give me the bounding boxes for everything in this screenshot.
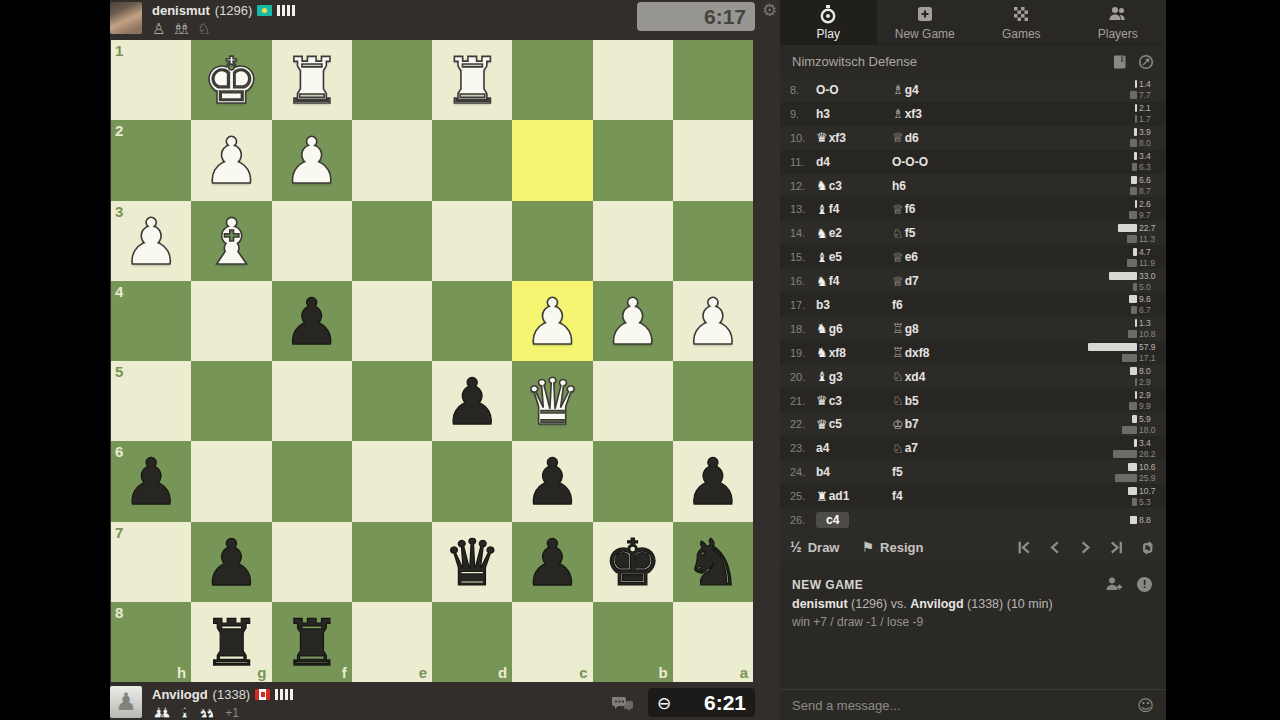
square-a8[interactable]: a (673, 602, 753, 682)
captured-p-icon: ♙ (152, 20, 165, 38)
move-number: 8. (780, 84, 816, 96)
square-e4[interactable] (352, 281, 432, 361)
square-f1[interactable]: ♜ (272, 40, 352, 120)
piece-bP-a6: ♟ (673, 441, 753, 521)
square-d8[interactable]: d (432, 602, 512, 682)
piece-wQ-c5: ♛ (512, 361, 592, 441)
file-label: b (659, 664, 668, 681)
move-row-18: 18.♞g6♖g81.310.8 (780, 317, 1166, 341)
square-g7[interactable]: ♟ (191, 522, 271, 602)
piece-wP-a4: ♟ (673, 281, 753, 361)
move-row-22: 22.♛c5♔b75.918.0 (780, 412, 1166, 436)
file-label: a (740, 664, 748, 681)
panel-tabs: PlayNew GameGamesPlayers (780, 0, 1166, 45)
chat-bubbles-icon[interactable] (610, 695, 634, 713)
move-19-black[interactable]: ♖dxf8 (892, 345, 1088, 360)
square-h8[interactable]: 8h (111, 602, 191, 682)
piece-wP-c4: ♟ (512, 281, 592, 361)
move-number: 17. (780, 299, 816, 311)
rank-label: 1 (115, 42, 123, 59)
captured-bb-icon: ♗♗ (171, 20, 191, 38)
square-e6[interactable] (352, 441, 432, 521)
piece-bR-f8: ♜ (272, 602, 352, 682)
rank-label: 7 (115, 524, 123, 541)
rank-label: 2 (115, 122, 123, 139)
move-times: 9.66.7 (1088, 294, 1166, 315)
square-f4[interactable]: ♟ (272, 281, 352, 361)
square-f2[interactable]: ♟ (272, 120, 352, 200)
piece-wP-g2: ♟ (191, 120, 271, 200)
half-point-icon: ½ (790, 539, 802, 555)
square-g4[interactable] (191, 281, 271, 361)
rank-label: 8 (115, 604, 123, 621)
move-times: 2.69.7 (1088, 199, 1166, 220)
move-nav (1015, 539, 1156, 556)
piece-wK-g1: ♚ (191, 40, 271, 120)
clock-running-icon: ⊖ (657, 693, 671, 713)
explorer-compass-icon[interactable] (1138, 54, 1154, 70)
square-d4[interactable] (432, 281, 512, 361)
square-a5[interactable] (673, 361, 753, 441)
side-panel: PlayNew GameGamesPlayers Nimzowitsch Def… (780, 0, 1166, 720)
piece-wP-b4: ♟ (593, 281, 673, 361)
move-row-15: 15.♝e5♕e64.711.9 (780, 245, 1166, 269)
tab-play[interactable]: Play (780, 0, 877, 45)
first-move-icon[interactable] (1015, 539, 1032, 556)
square-g1[interactable]: ♚ (191, 40, 271, 120)
move-17-black[interactable]: f6 (892, 298, 1088, 312)
checkerboard-icon (1011, 4, 1031, 24)
chess-board: 1♚♜♜2♟♟3♟♝4♟♟♟♟5♟♛6♟♟♟7♟♛♟♚♞8hg♜f♜edcba (111, 40, 753, 682)
square-a6[interactable]: ♟ (673, 441, 753, 521)
top-player-name[interactable]: denismut (152, 3, 210, 18)
move-times: 5.918.0 (1088, 414, 1166, 435)
square-c3[interactable] (512, 201, 592, 281)
move-number: 19. (780, 347, 816, 359)
connection-bars-icon (275, 689, 293, 700)
move-row-20: 20.♝g3♘xd48.02.9 (780, 365, 1166, 389)
piece-wR-d1: ♜ (432, 40, 512, 120)
move-23-white[interactable]: a4 (816, 441, 892, 455)
move-number: 24. (780, 466, 816, 478)
move-times: 8.8 (1088, 515, 1166, 525)
move-10-black[interactable]: ♕d6 (892, 130, 1088, 145)
piece-wB-g3: ♝ (191, 201, 271, 281)
move-13-white[interactable]: ♝f4 (816, 202, 892, 217)
move-15-white[interactable]: ♝e5 (816, 250, 892, 265)
move-row-17: 17.b3f69.66.7 (780, 293, 1166, 317)
square-e3[interactable] (352, 201, 432, 281)
square-a2[interactable] (673, 120, 753, 200)
square-e7[interactable] (352, 522, 432, 602)
move-8-black[interactable]: ♗g4 (892, 82, 1088, 97)
move-times: 3.98.0 (1088, 127, 1166, 148)
move-number: 10. (780, 132, 816, 144)
square-a1[interactable] (673, 40, 753, 120)
square-d2[interactable] (432, 120, 512, 200)
prev-move-icon[interactable] (1046, 539, 1063, 556)
move-row-26: 26.c48.8 (780, 508, 1166, 532)
piece-bQ-d7: ♛ (432, 522, 512, 602)
move-row-19: 19.♞xf8♖dxf857.917.1 (780, 341, 1166, 365)
chat-row: Send a message... ☺ (780, 689, 1166, 720)
move-20-black[interactable]: ♘xd4 (892, 369, 1088, 384)
move-9-white[interactable]: h3 (816, 107, 892, 121)
white-clock: 6:17 (637, 2, 755, 31)
opening-row: Nimzowitsch Defense (780, 45, 1166, 78)
move-times: 4.711.9 (1088, 247, 1166, 268)
move-row-12: 12.♞c3h66.68.7 (780, 174, 1166, 198)
move-14-white[interactable]: ♞e2 (816, 226, 892, 241)
square-b6[interactable] (593, 441, 673, 521)
move-8-white[interactable]: O-O (816, 83, 892, 97)
game-actions-bar: ½ Draw ⚑ Resign (780, 532, 1166, 562)
kazakhstan-flag-icon (257, 5, 272, 16)
bottom-player-name[interactable]: Anvilogd (152, 687, 208, 702)
captured-pp-icon: ♟♟ (152, 704, 172, 720)
square-f8[interactable]: f♜ (272, 602, 352, 682)
square-f6[interactable] (272, 441, 352, 521)
move-times: 10.625.9 (1088, 462, 1166, 483)
move-number: 15. (780, 251, 816, 263)
black-clock: ⊖ 6:21 (648, 688, 755, 717)
smiley-icon[interactable]: ☺ (1137, 696, 1154, 715)
move-number: 22. (780, 418, 816, 430)
piece-bK-b7: ♚ (593, 522, 673, 602)
move-21-black[interactable]: ♘b5 (892, 393, 1088, 408)
move-20-white[interactable]: ♝g3 (816, 369, 892, 384)
move-times: 57.917.1 (1088, 342, 1166, 363)
square-h6[interactable]: 6♟ (111, 441, 191, 521)
rank-label: 6 (115, 443, 123, 460)
move-18-white[interactable]: ♞g6 (816, 321, 892, 336)
move-25-white[interactable]: ♜ad1 (816, 489, 892, 504)
move-number: 11. (780, 156, 816, 168)
square-g3[interactable]: ♝ (191, 201, 271, 281)
piece-bP-f4: ♟ (272, 281, 352, 361)
square-b2[interactable] (593, 120, 673, 200)
material-advantage: +1 (225, 706, 239, 720)
move-row-10: 10.♛xf3♕d63.98.0 (780, 126, 1166, 150)
move-row-13: 13.♝f4♕f62.69.7 (780, 197, 1166, 221)
move-17-white[interactable]: b3 (816, 298, 892, 312)
file-label: h (177, 664, 186, 681)
square-g5[interactable] (191, 361, 271, 441)
move-24-black[interactable]: f5 (892, 465, 1088, 479)
move-row-23: 23.a4♘a73.428.2 (780, 436, 1166, 460)
move-number: 25. (780, 490, 816, 502)
square-c5[interactable]: ♛ (512, 361, 592, 441)
move-times: 1.310.8 (1088, 318, 1166, 339)
connection-bars-icon (277, 5, 295, 16)
move-list: 8.O-O♗g41.47.79.h3♗xf32.11.710.♛xf3♕d63.… (780, 78, 1166, 532)
square-f3[interactable] (272, 201, 352, 281)
square-f7[interactable] (272, 522, 352, 602)
move-times: 2.11.7 (1088, 103, 1166, 124)
square-c7[interactable]: ♟ (512, 522, 592, 602)
flip-board-icon[interactable] (1139, 539, 1156, 556)
square-d5[interactable]: ♟ (432, 361, 512, 441)
bottom-player-avatar[interactable]: ♟ (110, 686, 142, 718)
square-f5[interactable] (272, 361, 352, 441)
stopwatch-icon (818, 4, 838, 24)
square-e5[interactable] (352, 361, 432, 441)
square-g6[interactable] (191, 441, 271, 521)
square-e8[interactable]: e (352, 602, 432, 682)
piece-bP-c7: ♟ (512, 522, 592, 602)
file-label: c (579, 664, 587, 681)
chat-message-input[interactable]: Send a message... (792, 698, 1137, 713)
move-row-14: 14.♞e2♘f522.711.3 (780, 221, 1166, 245)
move-number: 23. (780, 442, 816, 454)
new-game-section: NEW GAME denismut (1296) vs. Anvilogd (1… (780, 566, 1166, 629)
square-h4[interactable]: 4 (111, 281, 191, 361)
move-row-25: 25.♜ad1f410.75.3 (780, 484, 1166, 508)
square-c2[interactable] (512, 120, 592, 200)
move-11-white[interactable]: d4 (816, 155, 892, 169)
opening-book-icon[interactable] (1112, 54, 1128, 70)
move-11-black[interactable]: O-O-O (892, 155, 1088, 169)
top-captured-pieces: ♙♗♗♘ (152, 20, 211, 38)
square-d3[interactable] (432, 201, 512, 281)
move-number: 18. (780, 323, 816, 335)
move-13-black[interactable]: ♕f6 (892, 202, 1088, 217)
tab-new-game[interactable]: New Game (877, 0, 974, 45)
move-times: 22.711.3 (1088, 223, 1166, 244)
chess-app: denismut (1296) ♙♗♗♘ 6:17 ⚙ 1♚♜♜2♟♟3♟♝4♟… (110, 0, 1166, 720)
move-times: 3.46.3 (1088, 151, 1166, 172)
move-row-24: 24.b4f510.625.9 (780, 460, 1166, 484)
piece-bN-a7: ♞ (673, 522, 753, 602)
move-row-9: 9.h3♗xf32.11.7 (780, 102, 1166, 126)
tab-games[interactable]: Games (973, 0, 1070, 45)
resign-button[interactable]: ⚑ Resign (861, 539, 923, 555)
move-number: 20. (780, 371, 816, 383)
move-row-16: 16.♞f4♕d733.05.0 (780, 269, 1166, 293)
move-10-white[interactable]: ♛xf3 (816, 130, 892, 145)
top-player-bar: denismut (1296) ♙♗♗♘ (110, 2, 670, 36)
square-g2[interactable]: ♟ (191, 120, 271, 200)
square-d1[interactable]: ♜ (432, 40, 512, 120)
move-number: 16. (780, 275, 816, 287)
square-b7[interactable]: ♚ (593, 522, 673, 602)
square-c6[interactable]: ♟ (512, 441, 592, 521)
piece-bP-g7: ♟ (191, 522, 271, 602)
add-friend-icon[interactable] (1105, 576, 1123, 592)
move-times: 6.68.7 (1088, 175, 1166, 196)
move-row-11: 11.d4O-O-O3.46.3 (780, 150, 1166, 174)
bottom-player-bar: ♟ Anvilogd (1338) ♟♟♝♞♞+1 (110, 686, 670, 720)
move-16-white[interactable]: ♞f4 (816, 274, 892, 289)
piece-bP-d5: ♟ (432, 361, 512, 441)
piece-wP-f2: ♟ (272, 120, 352, 200)
move-row-21: 21.♛c3♘b52.99.9 (780, 389, 1166, 413)
rating-odds: win +7 / draw -1 / lose -9 (792, 615, 1166, 629)
square-g8[interactable]: g♜ (191, 602, 271, 682)
players-icon (1108, 4, 1128, 24)
square-a3[interactable] (673, 201, 753, 281)
square-b4[interactable]: ♟ (593, 281, 673, 361)
move-21-white[interactable]: ♛c3 (816, 393, 892, 408)
square-d7[interactable]: ♛ (432, 522, 512, 602)
tab-players[interactable]: Players (1070, 0, 1167, 45)
square-a4[interactable]: ♟ (673, 281, 753, 361)
matchup-line: denismut (1296) vs. Anvilogd (1338) (10 … (792, 597, 1166, 611)
move-12-black[interactable]: h6 (892, 179, 1088, 193)
next-move-icon[interactable] (1077, 539, 1094, 556)
canada-flag-icon (255, 689, 270, 700)
square-h1[interactable]: 1 (111, 40, 191, 120)
move-15-black[interactable]: ♕e6 (892, 250, 1088, 265)
move-times: 33.05.0 (1088, 271, 1166, 292)
captured-b-icon: ♝ (178, 704, 191, 720)
move-times: 3.428.2 (1088, 438, 1166, 459)
move-16-black[interactable]: ♕d7 (892, 274, 1088, 289)
move-12-white[interactable]: ♞c3 (816, 178, 892, 193)
move-14-black[interactable]: ♘f5 (892, 226, 1088, 241)
rank-label: 5 (115, 363, 123, 380)
move-row-8: 8.O-O♗g41.47.7 (780, 78, 1166, 102)
move-9-black[interactable]: ♗xf3 (892, 106, 1088, 121)
captured-nn-icon: ♞♞ (197, 704, 217, 720)
square-b3[interactable] (593, 201, 673, 281)
top-player-rating: (1296) (215, 3, 253, 18)
file-label: d (498, 664, 507, 681)
opening-name: Nimzowitsch Defense (792, 54, 1112, 69)
square-h7[interactable]: 7 (111, 522, 191, 602)
piece-bP-c6: ♟ (512, 441, 592, 521)
file-label: e (419, 664, 427, 681)
move-times: 2.99.9 (1088, 390, 1166, 411)
square-h2[interactable]: 2 (111, 120, 191, 200)
piece-wR-f1: ♜ (272, 40, 352, 120)
move-22-black[interactable]: ♔b7 (892, 417, 1088, 432)
bottom-captured-pieces: ♟♟♝♞♞+1 (152, 704, 239, 720)
move-number: 13. (780, 203, 816, 215)
rank-label: 4 (115, 283, 123, 300)
square-b1[interactable] (593, 40, 673, 120)
square-e1[interactable] (352, 40, 432, 120)
resign-flag-icon: ⚑ (861, 539, 874, 555)
bottom-player-rating: (1338) (213, 687, 251, 702)
move-number: 21. (780, 395, 816, 407)
file-label: g (257, 664, 266, 681)
square-c8[interactable]: c (512, 602, 592, 682)
square-e2[interactable] (352, 120, 432, 200)
move-23-black[interactable]: ♘a7 (892, 441, 1088, 456)
move-times: 8.02.9 (1088, 366, 1166, 387)
move-24-white[interactable]: b4 (816, 465, 892, 479)
move-number: 9. (780, 108, 816, 120)
square-a7[interactable]: ♞ (673, 522, 753, 602)
square-c4[interactable]: ♟ (512, 281, 592, 361)
settings-gear-icon[interactable]: ⚙ (762, 0, 777, 20)
move-number: 14. (780, 227, 816, 239)
captured-n-icon: ♘ (197, 20, 210, 38)
move-number: 26. (780, 514, 816, 526)
move-times: 10.75.3 (1088, 486, 1166, 507)
move-times: 1.47.7 (1088, 79, 1166, 100)
last-move-icon[interactable] (1108, 539, 1125, 556)
square-c1[interactable] (512, 40, 592, 120)
square-d6[interactable] (432, 441, 512, 521)
move-18-black[interactable]: ♖g8 (892, 321, 1088, 336)
draw-button[interactable]: ½ Draw (790, 539, 839, 555)
move-22-white[interactable]: ♛c5 (816, 417, 892, 432)
rank-label: 3 (115, 203, 123, 220)
report-icon[interactable]: ! (1137, 577, 1152, 592)
move-number: 12. (780, 180, 816, 192)
plus-square-icon (915, 4, 935, 24)
square-h5[interactable]: 5 (111, 361, 191, 441)
square-h3[interactable]: 3♟ (111, 201, 191, 281)
square-b8[interactable]: b (593, 602, 673, 682)
square-b5[interactable] (593, 361, 673, 441)
top-player-avatar[interactable] (110, 2, 142, 34)
move-19-white[interactable]: ♞xf8 (816, 345, 892, 360)
move-26-white[interactable]: c4 (816, 512, 892, 528)
move-25-black[interactable]: f4 (892, 489, 1088, 503)
file-label: f (342, 664, 347, 681)
